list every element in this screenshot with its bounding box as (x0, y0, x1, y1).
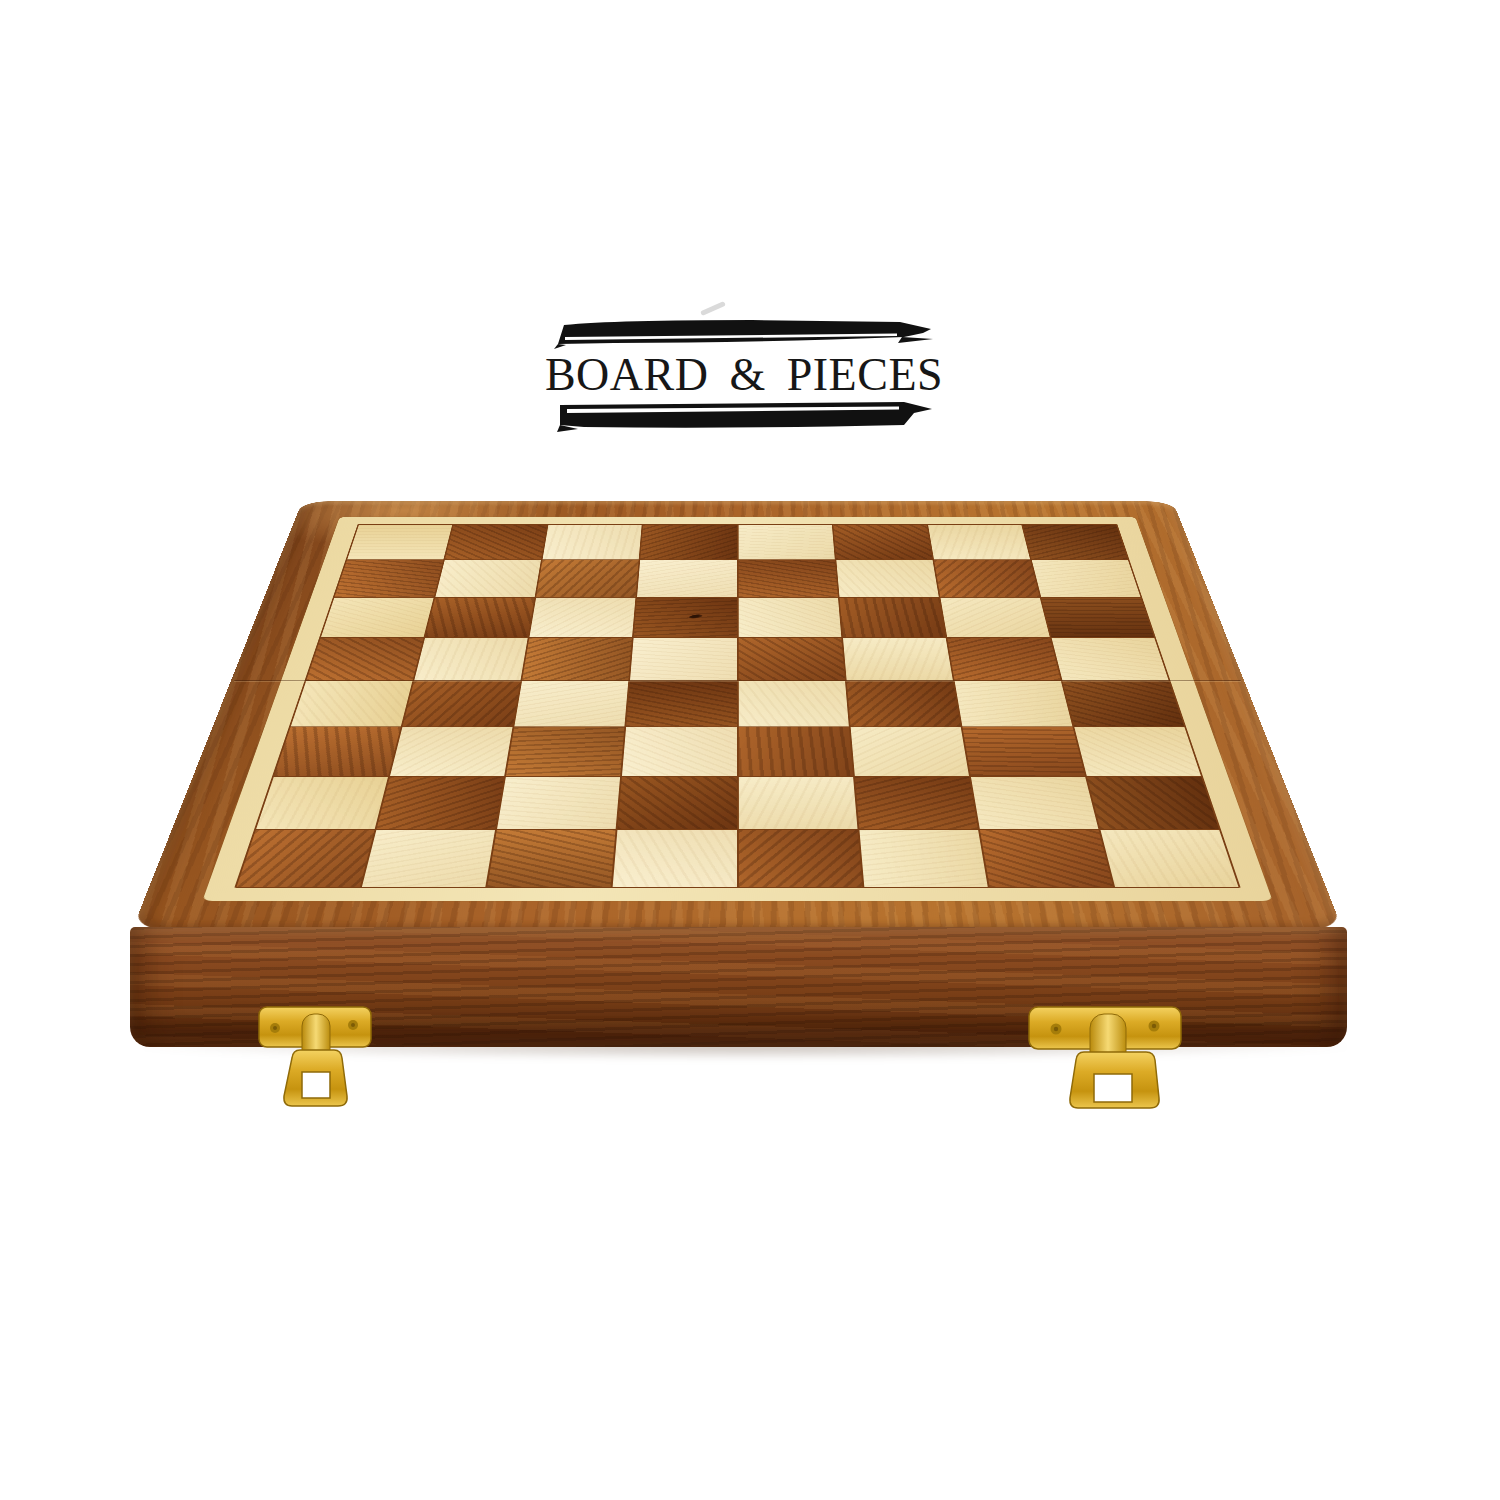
square-b3[interactable] (390, 727, 513, 776)
square-f7[interactable] (836, 560, 939, 597)
square-d1[interactable] (613, 830, 737, 887)
square-c1[interactable] (488, 830, 616, 887)
square-e5[interactable] (738, 638, 844, 680)
square-h5[interactable] (1052, 638, 1169, 680)
square-e8[interactable] (738, 525, 834, 560)
brass-clasp-right-icon (1026, 1002, 1184, 1114)
brass-clasp-left-icon (256, 1004, 376, 1112)
square-e4[interactable] (738, 681, 848, 726)
square-c2[interactable] (497, 777, 620, 830)
square-f2[interactable] (855, 777, 978, 830)
square-c7[interactable] (536, 560, 639, 597)
square-d2[interactable] (618, 777, 737, 830)
square-g7[interactable] (934, 560, 1040, 597)
square-a6[interactable] (321, 598, 434, 638)
square-h4[interactable] (1062, 681, 1184, 726)
square-e6[interactable] (738, 598, 841, 638)
square-b2[interactable] (377, 777, 505, 830)
square-h7[interactable] (1032, 560, 1141, 597)
square-e2[interactable] (738, 777, 857, 830)
square-g8[interactable] (928, 525, 1030, 560)
square-f3[interactable] (850, 727, 968, 776)
square-e1[interactable] (738, 830, 862, 887)
square-b8[interactable] (445, 525, 547, 560)
square-d8[interactable] (640, 525, 736, 560)
square-b4[interactable] (403, 681, 521, 726)
square-f1[interactable] (859, 830, 987, 887)
square-f6[interactable] (839, 598, 945, 638)
square-e7[interactable] (738, 560, 837, 597)
square-g1[interactable] (980, 830, 1113, 887)
square-h1[interactable] (1100, 830, 1238, 887)
square-e3[interactable] (738, 727, 852, 776)
square-a5[interactable] (306, 638, 423, 680)
square-d4[interactable] (626, 681, 736, 726)
square-b6[interactable] (425, 598, 534, 638)
square-c8[interactable] (543, 525, 642, 560)
square-b5[interactable] (414, 638, 528, 680)
square-a2[interactable] (256, 777, 388, 830)
square-g3[interactable] (962, 727, 1085, 776)
square-g4[interactable] (954, 681, 1072, 726)
square-a1[interactable] (237, 830, 375, 887)
square-c5[interactable] (522, 638, 632, 680)
square-a3[interactable] (274, 727, 401, 776)
square-g6[interactable] (940, 598, 1049, 638)
squares-grid (234, 524, 1240, 888)
square-f5[interactable] (843, 638, 953, 680)
square-c3[interactable] (506, 727, 624, 776)
square-h2[interactable] (1087, 777, 1219, 830)
square-d5[interactable] (630, 638, 736, 680)
square-h6[interactable] (1041, 598, 1154, 638)
square-c4[interactable] (515, 681, 629, 726)
page-root: BOARD & PIECES (0, 0, 1500, 1500)
square-b1[interactable] (362, 830, 495, 887)
fold-seam (234, 680, 1241, 681)
square-d6[interactable] (634, 598, 737, 638)
board-scene (132, 0, 1343, 930)
chess-board (132, 501, 1343, 930)
square-f4[interactable] (846, 681, 960, 726)
square-a7[interactable] (335, 560, 444, 597)
square-b7[interactable] (435, 560, 541, 597)
square-g5[interactable] (947, 638, 1061, 680)
square-g2[interactable] (971, 777, 1099, 830)
square-d3[interactable] (622, 727, 736, 776)
square-a4[interactable] (291, 681, 413, 726)
square-a8[interactable] (347, 525, 452, 560)
square-f8[interactable] (833, 525, 932, 560)
square-c6[interactable] (530, 598, 636, 638)
square-d7[interactable] (637, 560, 736, 597)
square-h3[interactable] (1074, 727, 1201, 776)
square-h8[interactable] (1023, 525, 1128, 560)
